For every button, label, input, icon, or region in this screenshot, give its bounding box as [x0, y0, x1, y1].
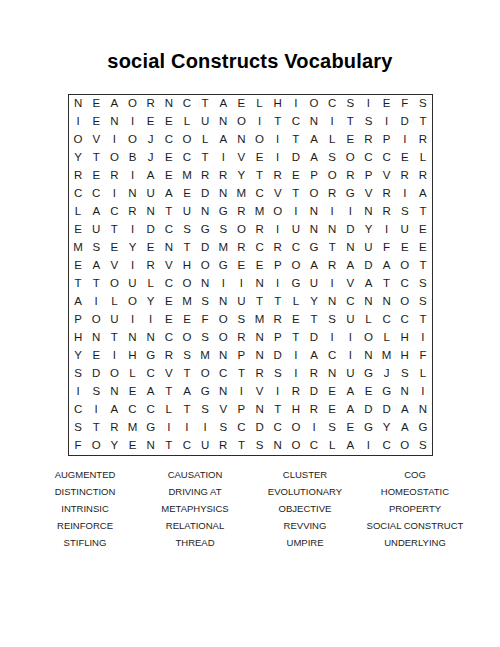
grid-cell: G: [196, 383, 214, 401]
grid-cell: N: [250, 347, 268, 365]
grid-cell: O: [87, 311, 105, 329]
grid-cell: R: [232, 239, 250, 257]
grid-cell: N: [359, 293, 377, 311]
grid-cell: T: [414, 257, 432, 275]
grid-cell: L: [142, 275, 160, 293]
grid-cell: Y: [69, 149, 87, 167]
grid-cell: R: [214, 167, 232, 185]
word-list-item: REVVING: [250, 517, 360, 534]
grid-cell: O: [123, 131, 141, 149]
grid-cell: I: [396, 131, 414, 149]
grid-cell: A: [378, 257, 396, 275]
grid-cell: F: [414, 347, 432, 365]
grid-cell: S: [396, 203, 414, 221]
grid-cell: N: [196, 275, 214, 293]
grid-cell: S: [196, 401, 214, 419]
grid-cell: E: [341, 131, 359, 149]
grid-cell: E: [323, 401, 341, 419]
grid-cell: I: [214, 149, 232, 167]
grid-cell: D: [287, 149, 305, 167]
grid-cell: T: [178, 401, 196, 419]
grid-cell: C: [359, 149, 377, 167]
grid-cell: G: [378, 383, 396, 401]
grid-cell: R: [142, 257, 160, 275]
grid-cell: E: [160, 311, 178, 329]
grid-cell: N: [305, 221, 323, 239]
word-list: AUGMENTEDCAUSATIONCLUSTERCOGDISTINCTIOND…: [30, 466, 470, 551]
grid-cell: A: [414, 185, 432, 203]
grid-cell: R: [305, 401, 323, 419]
grid-cell: I: [105, 347, 123, 365]
grid-cell: R: [69, 167, 87, 185]
grid-cell: C: [305, 437, 323, 455]
grid-cell: C: [287, 239, 305, 257]
grid-cell: S: [214, 419, 232, 437]
grid-cell: O: [396, 257, 414, 275]
grid-cell: G: [305, 239, 323, 257]
word-list-item: CAUSATION: [140, 466, 250, 483]
grid-cell: O: [87, 437, 105, 455]
word-list-item: HOMEOSTATIC: [360, 483, 470, 500]
grid-cell: I: [287, 347, 305, 365]
grid-cell: N: [69, 95, 87, 113]
grid-cell: H: [287, 401, 305, 419]
grid-cell: N: [87, 329, 105, 347]
page-title: social Constructs Vocabulary: [0, 50, 500, 73]
grid-cell: H: [396, 347, 414, 365]
grid-cell: R: [378, 185, 396, 203]
grid-cell: N: [323, 293, 341, 311]
grid-cell: T: [269, 401, 287, 419]
grid-cell: N: [214, 347, 232, 365]
grid-cell: O: [287, 437, 305, 455]
word-list-item: PROPERTY: [360, 500, 470, 517]
grid-cell: O: [105, 365, 123, 383]
grid-cell: N: [250, 275, 268, 293]
grid-cell: C: [323, 347, 341, 365]
grid-cell: A: [105, 95, 123, 113]
grid-cell: I: [269, 275, 287, 293]
grid-cell: I: [378, 113, 396, 131]
grid-cell: R: [250, 221, 268, 239]
grid-cell: D: [396, 113, 414, 131]
grid-cell: J: [378, 365, 396, 383]
grid-cell: D: [359, 257, 377, 275]
grid-cell: A: [305, 347, 323, 365]
grid-cell: C: [160, 221, 178, 239]
grid-cell: E: [250, 257, 268, 275]
grid-cell: O: [232, 221, 250, 239]
grid-cell: A: [87, 257, 105, 275]
grid-cell: E: [105, 239, 123, 257]
word-list-item: UMPIRE: [250, 534, 360, 551]
grid-cell: I: [69, 383, 87, 401]
grid-cell: N: [142, 329, 160, 347]
grid-cell: S: [178, 347, 196, 365]
grid-cell: E: [232, 95, 250, 113]
word-list-item: COG: [360, 466, 470, 483]
grid-cell: C: [378, 149, 396, 167]
grid-cell: F: [196, 311, 214, 329]
grid-cell: R: [269, 167, 287, 185]
grid-cell: D: [142, 221, 160, 239]
grid-cell: E: [142, 239, 160, 257]
grid-cell: V: [160, 257, 178, 275]
grid-cell: C: [87, 185, 105, 203]
grid-cell: G: [196, 221, 214, 239]
grid-cell: O: [359, 329, 377, 347]
grid-cell: O: [305, 185, 323, 203]
grid-cell: I: [178, 419, 196, 437]
grid-cell: A: [142, 167, 160, 185]
grid-cell: I: [105, 131, 123, 149]
grid-cell: V: [105, 257, 123, 275]
word-list-item: METAPHYSICS: [140, 500, 250, 517]
grid-cell: C: [396, 275, 414, 293]
grid-cell: D: [378, 401, 396, 419]
grid-cell: V: [160, 365, 178, 383]
grid-cell: C: [160, 275, 178, 293]
grid-cell: T: [196, 95, 214, 113]
grid-cell: T: [250, 293, 268, 311]
grid-cell: U: [341, 365, 359, 383]
grid-cell: A: [160, 185, 178, 203]
grid-cell: C: [250, 185, 268, 203]
grid-cell: V: [341, 275, 359, 293]
grid-cell: O: [105, 275, 123, 293]
grid-cell: I: [359, 437, 377, 455]
grid-cell: R: [232, 203, 250, 221]
grid-cell: S: [232, 311, 250, 329]
grid-cell: N: [214, 185, 232, 203]
word-list-item: EVOLUTIONARY: [250, 483, 360, 500]
grid-cell: V: [269, 185, 287, 203]
grid-cell: O: [178, 329, 196, 347]
grid-cell: O: [178, 131, 196, 149]
grid-cell: D: [250, 419, 268, 437]
grid-cell: N: [123, 185, 141, 203]
grid-cell: D: [269, 347, 287, 365]
grid-cell: L: [323, 437, 341, 455]
grid-cell: O: [69, 131, 87, 149]
grid-cell: L: [178, 113, 196, 131]
grid-cell: N: [123, 329, 141, 347]
grid-cell: C: [160, 329, 178, 347]
grid-cell: M: [250, 203, 268, 221]
grid-cell: I: [87, 401, 105, 419]
grid-cell: S: [323, 419, 341, 437]
grid-cell: Y: [123, 239, 141, 257]
grid-cell: L: [359, 311, 377, 329]
grid-cell: E: [287, 311, 305, 329]
grid-cell: O: [196, 365, 214, 383]
grid-cell: N: [160, 239, 178, 257]
grid-cell: N: [323, 221, 341, 239]
grid-cell: A: [214, 131, 232, 149]
grid-cell: C: [178, 149, 196, 167]
grid-cell: D: [196, 185, 214, 203]
grid-cell: I: [287, 203, 305, 221]
grid-cell: S: [69, 419, 87, 437]
grid-cell: U: [359, 239, 377, 257]
grid-cell: F: [378, 239, 396, 257]
grid-cell: S: [69, 365, 87, 383]
grid-cell: M: [178, 167, 196, 185]
grid-cell: N: [250, 401, 268, 419]
grid-cell: T: [341, 113, 359, 131]
grid-cell: R: [414, 167, 432, 185]
grid-cell: T: [232, 437, 250, 455]
grid-cell: R: [160, 347, 178, 365]
grid-cell: N: [214, 383, 232, 401]
grid-cell: A: [396, 401, 414, 419]
grid-cell: O: [196, 257, 214, 275]
grid-cell: E: [160, 113, 178, 131]
grid-cell: L: [196, 131, 214, 149]
grid-cell: C: [105, 203, 123, 221]
grid-cell: R: [269, 311, 287, 329]
grid-cell: C: [214, 365, 232, 383]
grid-cell: I: [359, 95, 377, 113]
grid-cell: A: [214, 95, 232, 113]
grid-cell: I: [323, 113, 341, 131]
grid-cell: E: [323, 383, 341, 401]
grid-cell: R: [305, 365, 323, 383]
word-list-item: AUGMENTED: [30, 466, 140, 483]
grid-cell: N: [196, 203, 214, 221]
grid-cell: E: [87, 347, 105, 365]
grid-cell: O: [214, 311, 232, 329]
grid-cell: T: [414, 203, 432, 221]
grid-cell: R: [414, 131, 432, 149]
grid-cell: H: [69, 329, 87, 347]
grid-cell: G: [214, 257, 232, 275]
grid-cell: S: [178, 221, 196, 239]
grid-cell: C: [269, 419, 287, 437]
grid-cell: C: [378, 437, 396, 455]
grid-cell: R: [323, 185, 341, 203]
grid-cell: I: [269, 131, 287, 149]
grid-cell: S: [414, 275, 432, 293]
grid-cell: T: [305, 311, 323, 329]
grid-cell: E: [396, 239, 414, 257]
grid-cell: R: [359, 131, 377, 149]
grid-cell: U: [196, 113, 214, 131]
grid-cell: E: [359, 383, 377, 401]
word-list-item: DRIVING AT: [140, 483, 250, 500]
grid-cell: N: [378, 293, 396, 311]
grid-cell: I: [69, 113, 87, 131]
grid-cell: E: [414, 221, 432, 239]
grid-cell: U: [178, 203, 196, 221]
grid-cell: V: [232, 149, 250, 167]
grid-cell: F: [69, 437, 87, 455]
word-list-item: DISTINCTION: [30, 483, 140, 500]
grid-cell: I: [160, 419, 178, 437]
grid-cell: D: [359, 401, 377, 419]
grid-cell: O: [123, 95, 141, 113]
grid-cell: H: [269, 95, 287, 113]
grid-cell: C: [123, 401, 141, 419]
grid-cell: P: [269, 257, 287, 275]
grid-cell: E: [87, 167, 105, 185]
grid-cell: E: [378, 95, 396, 113]
word-list-item: SOCIAL CONSTRUCT: [360, 517, 470, 534]
grid-cell: V: [214, 401, 232, 419]
grid-cell: O: [105, 149, 123, 167]
grid-cell: O: [396, 437, 414, 455]
grid-cell: E: [414, 239, 432, 257]
grid-cell: T: [105, 221, 123, 239]
grid-cell: U: [123, 275, 141, 293]
grid-cell: C: [250, 239, 268, 257]
grid-cell: G: [341, 185, 359, 203]
grid-cell: T: [196, 149, 214, 167]
grid-cell: L: [250, 95, 268, 113]
grid-cell: I: [87, 293, 105, 311]
grid-cell: C: [341, 293, 359, 311]
grid-cell: A: [105, 401, 123, 419]
word-list-item: REINFORCE: [30, 517, 140, 534]
grid-cell: I: [323, 203, 341, 221]
grid-cell: T: [105, 329, 123, 347]
grid-cell: D: [305, 329, 323, 347]
grid-cell: M: [196, 347, 214, 365]
grid-cell: P: [69, 311, 87, 329]
grid-cell: H: [396, 329, 414, 347]
word-list-item: UNDERLYING: [360, 534, 470, 551]
grid-cell: M: [232, 185, 250, 203]
grid-cell: E: [396, 149, 414, 167]
word-list-item: CLUSTER: [250, 466, 360, 483]
grid-cell: N: [232, 131, 250, 149]
grid-cell: S: [359, 113, 377, 131]
grid-cell: M: [69, 239, 87, 257]
grid-cell: E: [160, 167, 178, 185]
grid-cell: L: [414, 365, 432, 383]
grid-cell: D: [305, 383, 323, 401]
grid-cell: L: [123, 365, 141, 383]
grid-cell: A: [305, 257, 323, 275]
grid-cell: S: [214, 221, 232, 239]
grid-cell: T: [414, 113, 432, 131]
grid-cell: A: [69, 293, 87, 311]
grid-cell: C: [142, 401, 160, 419]
grid-cell: D: [87, 365, 105, 383]
grid-cell: I: [414, 329, 432, 347]
grid-cell: M: [178, 293, 196, 311]
grid-cell: S: [269, 365, 287, 383]
grid-cell: E: [250, 149, 268, 167]
grid-cell: N: [105, 113, 123, 131]
grid-cell: O: [287, 257, 305, 275]
grid-cell: C: [396, 311, 414, 329]
grid-cell: I: [196, 419, 214, 437]
grid-cell: I: [323, 329, 341, 347]
grid-cell: O: [232, 113, 250, 131]
grid-cell: D: [196, 239, 214, 257]
grid-cell: T: [414, 311, 432, 329]
grid-cell: S: [87, 383, 105, 401]
grid-cell: I: [105, 185, 123, 203]
grid-cell: C: [160, 131, 178, 149]
grid-cell: T: [269, 293, 287, 311]
grid-cell: T: [287, 329, 305, 347]
grid-cell: T: [178, 239, 196, 257]
grid-cell: T: [160, 383, 178, 401]
grid-cell: V: [250, 383, 268, 401]
grid-cell: O: [269, 203, 287, 221]
grid-cell: R: [196, 167, 214, 185]
grid-cell: C: [287, 113, 305, 131]
grid-cell: G: [359, 365, 377, 383]
grid-cell: R: [142, 95, 160, 113]
grid-cell: S: [323, 311, 341, 329]
grid-cell: Y: [378, 419, 396, 437]
grid-cell: N: [160, 95, 178, 113]
grid-cell: T: [160, 203, 178, 221]
grid-cell: J: [142, 131, 160, 149]
grid-cell: P: [269, 329, 287, 347]
grid-cell: A: [341, 257, 359, 275]
grid-cell: A: [396, 419, 414, 437]
grid-cell: E: [69, 221, 87, 239]
grid-cell: M: [214, 239, 232, 257]
grid-cell: S: [196, 329, 214, 347]
grid-cell: G: [414, 419, 432, 437]
grid-cell: C: [69, 401, 87, 419]
grid-cell: T: [178, 365, 196, 383]
grid-cell: I: [287, 95, 305, 113]
grid-cell: Y: [359, 221, 377, 239]
grid-cell: T: [250, 167, 268, 185]
grid-cell: N: [414, 401, 432, 419]
grid-cell: O: [178, 275, 196, 293]
grid-cell: O: [214, 329, 232, 347]
grid-cell: R: [341, 167, 359, 185]
grid-cell: Y: [305, 293, 323, 311]
grid-cell: E: [178, 311, 196, 329]
grid-cell: I: [341, 203, 359, 221]
grid-cell: A: [359, 275, 377, 293]
grid-cell: M: [378, 347, 396, 365]
grid-cell: P: [359, 167, 377, 185]
grid-cell: M: [250, 311, 268, 329]
grid-cell: R: [105, 419, 123, 437]
grid-cell: I: [414, 383, 432, 401]
grid-cell: N: [323, 365, 341, 383]
grid-cell: I: [305, 419, 323, 437]
grid-cell: S: [196, 293, 214, 311]
grid-cell: U: [196, 437, 214, 455]
grid-cell: V: [378, 167, 396, 185]
grid-cell: L: [287, 293, 305, 311]
grid-cell: T: [87, 149, 105, 167]
grid-cell: R: [269, 239, 287, 257]
grid-cell: S: [414, 95, 432, 113]
grid-cell: L: [323, 131, 341, 149]
grid-cell: E: [178, 185, 196, 203]
grid-cell: E: [232, 257, 250, 275]
grid-cell: C: [178, 437, 196, 455]
grid-cell: I: [378, 221, 396, 239]
grid-cell: C: [69, 185, 87, 203]
word-list-item: INTRINSIC: [30, 500, 140, 517]
grid-cell: T: [69, 275, 87, 293]
grid-cell: N: [359, 347, 377, 365]
grid-cell: C: [378, 311, 396, 329]
grid-cell: I: [396, 185, 414, 203]
